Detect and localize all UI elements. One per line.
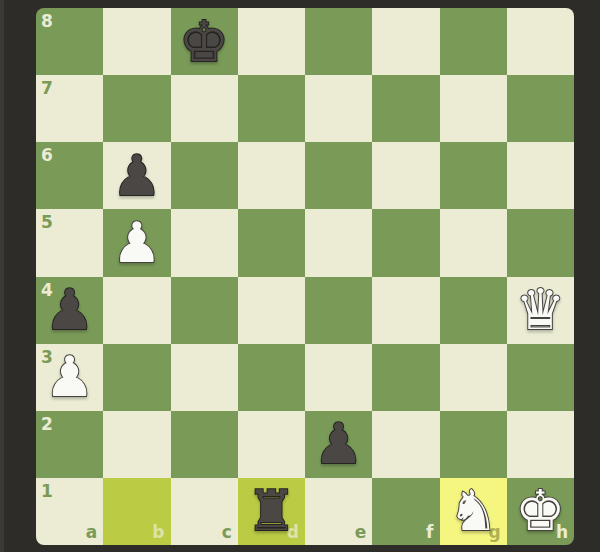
square-e2[interactable]: ♟	[305, 411, 372, 478]
square-e5[interactable]	[305, 209, 372, 276]
square-h8[interactable]	[507, 8, 574, 75]
square-c3[interactable]	[171, 344, 238, 411]
square-c7[interactable]	[171, 75, 238, 142]
black-king[interactable]: ♚	[171, 8, 238, 75]
chess-board: 8♚76♟5♟4♟♛3♟2♟1abcd♜efg♞h♚	[36, 8, 574, 545]
rank-label-2: 2	[41, 416, 53, 433]
square-h4[interactable]: ♛	[507, 277, 574, 344]
square-h2[interactable]	[507, 411, 574, 478]
square-d6[interactable]	[238, 142, 305, 209]
black-pawn[interactable]: ♟	[103, 142, 170, 209]
square-a1[interactable]: 1a	[36, 478, 103, 545]
square-d8[interactable]	[238, 8, 305, 75]
square-b4[interactable]	[103, 277, 170, 344]
square-b2[interactable]	[103, 411, 170, 478]
square-c4[interactable]	[171, 277, 238, 344]
square-h5[interactable]	[507, 209, 574, 276]
square-g1[interactable]: g♞	[440, 478, 507, 545]
square-a3[interactable]: 3♟	[36, 344, 103, 411]
square-f5[interactable]	[372, 209, 439, 276]
black-pawn[interactable]: ♟	[305, 411, 372, 478]
square-e7[interactable]	[305, 75, 372, 142]
square-c8[interactable]: ♚	[171, 8, 238, 75]
square-h3[interactable]	[507, 344, 574, 411]
square-e4[interactable]	[305, 277, 372, 344]
square-h6[interactable]	[507, 142, 574, 209]
square-g8[interactable]	[440, 8, 507, 75]
square-g3[interactable]	[440, 344, 507, 411]
square-h7[interactable]	[507, 75, 574, 142]
square-g7[interactable]	[440, 75, 507, 142]
square-g5[interactable]	[440, 209, 507, 276]
square-a4[interactable]: 4♟	[36, 277, 103, 344]
white-queen[interactable]: ♛	[507, 277, 574, 344]
square-b5[interactable]: ♟	[103, 209, 170, 276]
square-e8[interactable]	[305, 8, 372, 75]
square-e1[interactable]: e	[305, 478, 372, 545]
rank-label-5: 5	[41, 214, 53, 231]
square-c6[interactable]	[171, 142, 238, 209]
square-f4[interactable]	[372, 277, 439, 344]
square-a8[interactable]: 8	[36, 8, 103, 75]
square-c2[interactable]	[171, 411, 238, 478]
square-f6[interactable]	[372, 142, 439, 209]
square-g4[interactable]	[440, 277, 507, 344]
black-pawn[interactable]: ♟	[36, 277, 103, 344]
square-d7[interactable]	[238, 75, 305, 142]
square-d1[interactable]: d♜	[238, 478, 305, 545]
file-label-c: c	[222, 524, 232, 541]
white-king[interactable]: ♚	[507, 478, 574, 545]
square-c1[interactable]: c	[171, 478, 238, 545]
rank-label-8: 8	[41, 13, 53, 30]
file-label-f: f	[426, 524, 433, 541]
square-d2[interactable]	[238, 411, 305, 478]
square-a5[interactable]: 5	[36, 209, 103, 276]
square-b3[interactable]	[103, 344, 170, 411]
app-background: 8♚76♟5♟4♟♛3♟2♟1abcd♜efg♞h♚	[0, 0, 600, 552]
file-label-b: b	[152, 524, 164, 541]
square-f3[interactable]	[372, 344, 439, 411]
square-h1[interactable]: h♚	[507, 478, 574, 545]
square-a7[interactable]: 7	[36, 75, 103, 142]
square-b7[interactable]	[103, 75, 170, 142]
square-e6[interactable]	[305, 142, 372, 209]
white-knight[interactable]: ♞	[440, 478, 507, 545]
square-b8[interactable]	[103, 8, 170, 75]
square-d3[interactable]	[238, 344, 305, 411]
square-f1[interactable]: f	[372, 478, 439, 545]
file-label-a: a	[86, 524, 97, 541]
white-pawn[interactable]: ♟	[36, 344, 103, 411]
square-g2[interactable]	[440, 411, 507, 478]
square-d4[interactable]	[238, 277, 305, 344]
rank-label-1: 1	[41, 483, 53, 500]
black-rook[interactable]: ♜	[238, 478, 305, 545]
square-d5[interactable]	[238, 209, 305, 276]
square-b6[interactable]: ♟	[103, 142, 170, 209]
square-f7[interactable]	[372, 75, 439, 142]
rank-label-7: 7	[41, 80, 53, 97]
square-e3[interactable]	[305, 344, 372, 411]
white-pawn[interactable]: ♟	[103, 209, 170, 276]
square-a2[interactable]: 2	[36, 411, 103, 478]
rank-label-6: 6	[41, 147, 53, 164]
file-label-e: e	[355, 524, 367, 541]
square-c5[interactable]	[171, 209, 238, 276]
window-edge	[0, 0, 4, 552]
square-f2[interactable]	[372, 411, 439, 478]
square-g6[interactable]	[440, 142, 507, 209]
square-f8[interactable]	[372, 8, 439, 75]
square-b1[interactable]: b	[103, 478, 170, 545]
square-a6[interactable]: 6	[36, 142, 103, 209]
